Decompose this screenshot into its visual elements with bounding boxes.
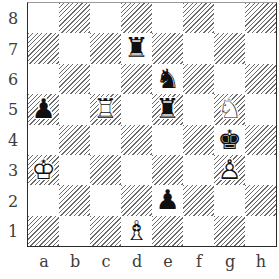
square-c7[interactable]: [90, 33, 121, 63]
square-e1[interactable]: [152, 216, 183, 246]
square-d5[interactable]: [121, 94, 152, 124]
piece-black-pawn-a5[interactable]: ♟♟: [28, 94, 59, 124]
file-labels: abcdefgh: [29, 250, 277, 272]
piece-glyph: ♜: [152, 94, 183, 124]
piece-glyph: ♚: [214, 125, 245, 155]
square-g7[interactable]: [214, 33, 245, 63]
piece-glyph: ♔: [28, 155, 59, 185]
square-e2[interactable]: ♟♟: [152, 185, 183, 215]
square-d2[interactable]: [121, 185, 152, 215]
square-g5[interactable]: ♞♘: [214, 94, 245, 124]
square-b2[interactable]: [59, 185, 90, 215]
piece-glyph: ♖: [90, 94, 121, 124]
square-h6[interactable]: [245, 64, 276, 94]
piece-white-knight-g5[interactable]: ♞♘: [214, 94, 245, 124]
piece-black-knight-e6[interactable]: ♞♞: [152, 64, 183, 94]
piece-glyph: ♙: [214, 155, 245, 185]
file-label-e: e: [153, 250, 184, 272]
square-a6[interactable]: [28, 64, 59, 94]
square-e3[interactable]: [152, 155, 183, 185]
file-label-b: b: [60, 250, 91, 272]
file-label-a: a: [29, 250, 60, 272]
square-b4[interactable]: [59, 125, 90, 155]
piece-glyph: ♗: [121, 216, 152, 246]
square-d1[interactable]: ♝♗: [121, 216, 152, 246]
chess-board: ♜♜♞♞♟♟♜♖♜♜♞♘♚♚♚♔♟♙♟♟♝♗: [27, 2, 277, 247]
square-h8[interactable]: [245, 3, 276, 33]
rank-label-7: 7: [0, 34, 26, 64]
square-a7[interactable]: [28, 33, 59, 63]
square-f5[interactable]: [183, 94, 214, 124]
square-c5[interactable]: ♜♖: [90, 94, 121, 124]
square-f2[interactable]: [183, 185, 214, 215]
square-h5[interactable]: [245, 94, 276, 124]
square-c6[interactable]: [90, 64, 121, 94]
square-d4[interactable]: [121, 125, 152, 155]
piece-black-rook-e5[interactable]: ♜♜: [152, 94, 183, 124]
square-g3[interactable]: ♟♙: [214, 155, 245, 185]
square-c4[interactable]: [90, 125, 121, 155]
square-f1[interactable]: [183, 216, 214, 246]
square-a5[interactable]: ♟♟: [28, 94, 59, 124]
rank-label-5: 5: [0, 95, 26, 125]
piece-white-bishop-d1[interactable]: ♝♗: [121, 216, 152, 246]
square-b8[interactable]: [59, 3, 90, 33]
square-f6[interactable]: [183, 64, 214, 94]
square-a8[interactable]: [28, 3, 59, 33]
square-h2[interactable]: [245, 185, 276, 215]
piece-black-king-g4[interactable]: ♚♚: [214, 125, 245, 155]
rank-label-3: 3: [0, 155, 26, 185]
file-label-h: h: [246, 250, 277, 272]
square-d8[interactable]: [121, 3, 152, 33]
file-label-g: g: [215, 250, 246, 272]
square-b5[interactable]: [59, 94, 90, 124]
square-a2[interactable]: [28, 185, 59, 215]
square-d6[interactable]: [121, 64, 152, 94]
piece-white-rook-c5[interactable]: ♜♖: [90, 94, 121, 124]
piece-black-pawn-e2[interactable]: ♟♟: [152, 185, 183, 215]
piece-black-rook-d7[interactable]: ♜♜: [121, 33, 152, 63]
square-b6[interactable]: [59, 64, 90, 94]
piece-glyph: ♟: [28, 94, 59, 124]
square-c2[interactable]: [90, 185, 121, 215]
square-e7[interactable]: [152, 33, 183, 63]
square-c8[interactable]: [90, 3, 121, 33]
piece-white-pawn-g3[interactable]: ♟♙: [214, 155, 245, 185]
rank-label-8: 8: [0, 4, 26, 34]
square-a4[interactable]: [28, 125, 59, 155]
rank-labels: 87654321: [0, 4, 26, 247]
square-g8[interactable]: [214, 3, 245, 33]
square-h3[interactable]: [245, 155, 276, 185]
file-label-c: c: [91, 250, 122, 272]
square-b1[interactable]: [59, 216, 90, 246]
square-a1[interactable]: [28, 216, 59, 246]
square-g1[interactable]: [214, 216, 245, 246]
square-g6[interactable]: [214, 64, 245, 94]
square-c1[interactable]: [90, 216, 121, 246]
square-h4[interactable]: [245, 125, 276, 155]
square-f3[interactable]: [183, 155, 214, 185]
rank-label-6: 6: [0, 64, 26, 94]
square-f4[interactable]: [183, 125, 214, 155]
square-a3[interactable]: ♚♔: [28, 155, 59, 185]
square-e6[interactable]: ♞♞: [152, 64, 183, 94]
rank-label-4: 4: [0, 125, 26, 155]
square-d3[interactable]: [121, 155, 152, 185]
square-h7[interactable]: [245, 33, 276, 63]
square-d7[interactable]: ♜♜: [121, 33, 152, 63]
square-f8[interactable]: [183, 3, 214, 33]
square-c3[interactable]: [90, 155, 121, 185]
rank-label-1: 1: [0, 216, 26, 246]
piece-white-king-a3[interactable]: ♚♔: [28, 155, 59, 185]
file-label-f: f: [184, 250, 215, 272]
rank-label-2: 2: [0, 186, 26, 216]
file-label-d: d: [122, 250, 153, 272]
square-e8[interactable]: [152, 3, 183, 33]
square-e5[interactable]: ♜♜: [152, 94, 183, 124]
piece-glyph: ♟: [152, 185, 183, 215]
piece-glyph: ♜: [121, 33, 152, 63]
piece-glyph: ♞: [152, 64, 183, 94]
square-f7[interactable]: [183, 33, 214, 63]
square-g4[interactable]: ♚♚: [214, 125, 245, 155]
square-e4[interactable]: [152, 125, 183, 155]
piece-glyph: ♘: [214, 94, 245, 124]
square-g2[interactable]: [214, 185, 245, 215]
square-h1[interactable]: [245, 216, 276, 246]
square-b7[interactable]: [59, 33, 90, 63]
square-b3[interactable]: [59, 155, 90, 185]
